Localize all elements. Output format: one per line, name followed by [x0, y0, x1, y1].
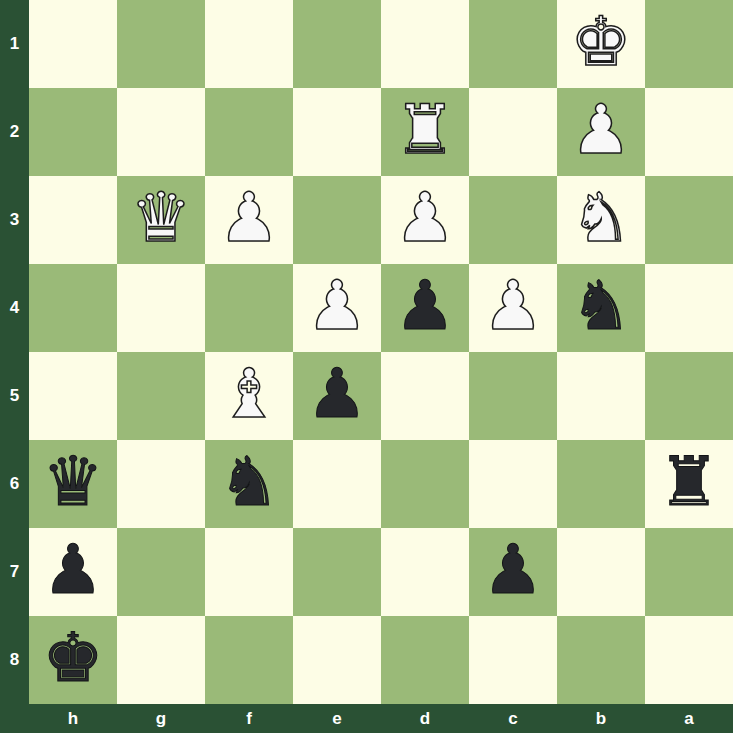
- square-b8[interactable]: [557, 616, 645, 704]
- square-a3[interactable]: [645, 176, 733, 264]
- square-f7[interactable]: [205, 528, 293, 616]
- square-h4[interactable]: [29, 264, 117, 352]
- square-a5[interactable]: [645, 352, 733, 440]
- file-label-a: a: [645, 704, 733, 733]
- square-b1[interactable]: ♚: [557, 0, 645, 88]
- piece-white-king[interactable]: ♚: [571, 0, 632, 86]
- square-h6[interactable]: ♛: [29, 440, 117, 528]
- square-h2[interactable]: [29, 88, 117, 176]
- square-d3[interactable]: ♟: [381, 176, 469, 264]
- square-g5[interactable]: [117, 352, 205, 440]
- chess-board: 1♚2♜♟3♛♟♟♞4♟♟♟♞5♝♟6♛♞♜7♟♟8♚hgfedcba: [0, 0, 733, 733]
- piece-black-pawn[interactable]: ♟: [43, 528, 104, 614]
- piece-white-pawn[interactable]: ♟: [219, 176, 280, 262]
- square-g3[interactable]: ♛: [117, 176, 205, 264]
- square-b6[interactable]: [557, 440, 645, 528]
- piece-white-pawn[interactable]: ♟: [571, 88, 632, 174]
- square-d8[interactable]: [381, 616, 469, 704]
- piece-black-pawn[interactable]: ♟: [395, 264, 456, 350]
- square-c2[interactable]: [469, 88, 557, 176]
- square-f2[interactable]: [205, 88, 293, 176]
- square-g8[interactable]: [117, 616, 205, 704]
- square-d4[interactable]: ♟: [381, 264, 469, 352]
- square-g2[interactable]: [117, 88, 205, 176]
- square-e4[interactable]: ♟: [293, 264, 381, 352]
- square-h5[interactable]: [29, 352, 117, 440]
- square-f3[interactable]: ♟: [205, 176, 293, 264]
- rank-label-8: 8: [0, 616, 29, 704]
- square-e7[interactable]: [293, 528, 381, 616]
- piece-black-king[interactable]: ♚: [43, 616, 104, 702]
- rank-label-4: 4: [0, 264, 29, 352]
- board-corner: [0, 704, 29, 733]
- square-a2[interactable]: [645, 88, 733, 176]
- piece-black-pawn[interactable]: ♟: [307, 352, 368, 438]
- piece-black-rook[interactable]: ♜: [659, 440, 720, 526]
- square-a7[interactable]: [645, 528, 733, 616]
- square-h7[interactable]: ♟: [29, 528, 117, 616]
- piece-white-knight[interactable]: ♞: [571, 176, 632, 262]
- square-f1[interactable]: [205, 0, 293, 88]
- piece-white-pawn[interactable]: ♟: [307, 264, 368, 350]
- square-g4[interactable]: [117, 264, 205, 352]
- square-h3[interactable]: [29, 176, 117, 264]
- square-d2[interactable]: ♜: [381, 88, 469, 176]
- square-a1[interactable]: [645, 0, 733, 88]
- piece-white-rook[interactable]: ♜: [395, 88, 456, 174]
- square-d5[interactable]: [381, 352, 469, 440]
- chess-board-frame: 1♚2♜♟3♛♟♟♞4♟♟♟♞5♝♟6♛♞♜7♟♟8♚hgfedcba: [0, 0, 733, 733]
- file-label-d: d: [381, 704, 469, 733]
- rank-label-2: 2: [0, 88, 29, 176]
- piece-white-bishop[interactable]: ♝: [219, 352, 280, 438]
- square-b4[interactable]: ♞: [557, 264, 645, 352]
- rank-label-1: 1: [0, 0, 29, 88]
- square-g7[interactable]: [117, 528, 205, 616]
- square-e8[interactable]: [293, 616, 381, 704]
- file-label-g: g: [117, 704, 205, 733]
- square-f4[interactable]: [205, 264, 293, 352]
- square-e6[interactable]: [293, 440, 381, 528]
- square-c3[interactable]: [469, 176, 557, 264]
- piece-white-queen[interactable]: ♛: [131, 176, 192, 262]
- square-c8[interactable]: [469, 616, 557, 704]
- square-d1[interactable]: [381, 0, 469, 88]
- square-e3[interactable]: [293, 176, 381, 264]
- square-f5[interactable]: ♝: [205, 352, 293, 440]
- piece-black-pawn[interactable]: ♟: [483, 528, 544, 614]
- square-c5[interactable]: [469, 352, 557, 440]
- square-d6[interactable]: [381, 440, 469, 528]
- square-e2[interactable]: [293, 88, 381, 176]
- square-a4[interactable]: [645, 264, 733, 352]
- piece-white-pawn[interactable]: ♟: [483, 264, 544, 350]
- square-h8[interactable]: ♚: [29, 616, 117, 704]
- rank-label-7: 7: [0, 528, 29, 616]
- piece-white-pawn[interactable]: ♟: [395, 176, 456, 262]
- square-c1[interactable]: [469, 0, 557, 88]
- file-label-e: e: [293, 704, 381, 733]
- rank-label-5: 5: [0, 352, 29, 440]
- file-label-c: c: [469, 704, 557, 733]
- square-b7[interactable]: [557, 528, 645, 616]
- square-e5[interactable]: ♟: [293, 352, 381, 440]
- square-g1[interactable]: [117, 0, 205, 88]
- rank-label-6: 6: [0, 440, 29, 528]
- square-c7[interactable]: ♟: [469, 528, 557, 616]
- square-b5[interactable]: [557, 352, 645, 440]
- square-f8[interactable]: [205, 616, 293, 704]
- square-c6[interactable]: [469, 440, 557, 528]
- square-b3[interactable]: ♞: [557, 176, 645, 264]
- square-a8[interactable]: [645, 616, 733, 704]
- piece-black-knight[interactable]: ♞: [219, 440, 280, 526]
- square-e1[interactable]: [293, 0, 381, 88]
- file-label-f: f: [205, 704, 293, 733]
- file-label-h: h: [29, 704, 117, 733]
- square-g6[interactable]: [117, 440, 205, 528]
- square-c4[interactable]: ♟: [469, 264, 557, 352]
- square-d7[interactable]: [381, 528, 469, 616]
- square-a6[interactable]: ♜: [645, 440, 733, 528]
- piece-black-queen[interactable]: ♛: [43, 440, 104, 526]
- file-label-b: b: [557, 704, 645, 733]
- square-f6[interactable]: ♞: [205, 440, 293, 528]
- rank-label-3: 3: [0, 176, 29, 264]
- square-b2[interactable]: ♟: [557, 88, 645, 176]
- square-h1[interactable]: [29, 0, 117, 88]
- piece-black-knight[interactable]: ♞: [571, 264, 632, 350]
